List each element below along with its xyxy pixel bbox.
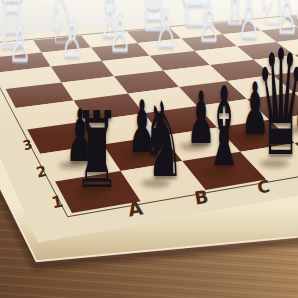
piece-clear-pawn-a7[interactable]: ♙ bbox=[9, 16, 31, 72]
chessboard-photo: ABCD123 ♖♘♗♕♔♗♘♖♙♙♙♙♙♙♙♙♟♟♟♟♟♜♞♝♛♚ bbox=[0, 0, 298, 298]
piece-black-rook-a1[interactable]: ♜ bbox=[75, 98, 120, 203]
piece-clear-pawn-d7[interactable]: ♙ bbox=[155, 0, 177, 56]
piece-black-queen-d1[interactable]: ♛ bbox=[256, 29, 298, 175]
piece-clear-pawn-e7[interactable]: ♙ bbox=[198, 0, 220, 52]
piece-clear-pawn-c7[interactable]: ♙ bbox=[109, 5, 131, 61]
piece-clear-pawn-b7[interactable]: ♙ bbox=[61, 10, 83, 66]
piece-black-bishop-c1[interactable]: ♝ bbox=[204, 73, 243, 182]
piece-black-knight-b1[interactable]: ♞ bbox=[141, 89, 184, 192]
